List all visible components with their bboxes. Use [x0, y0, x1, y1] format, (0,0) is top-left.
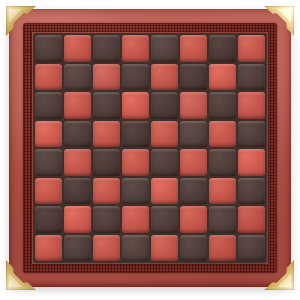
square-b2: [64, 206, 91, 233]
square-c8: [93, 35, 120, 62]
square-f1: [180, 235, 207, 262]
square-g3: [209, 178, 236, 205]
square-d7: [122, 64, 149, 91]
square-h8: [238, 35, 265, 62]
square-c2: [93, 206, 120, 233]
chess-board: [33, 33, 267, 263]
left-edge-brand-stamp: ♞ chessmats4you.com: [20, 46, 33, 112]
square-d1: [122, 235, 149, 262]
leather-chess-mat: ♞ chessmats4you.com ♞ chessmats4you.com: [9, 9, 291, 287]
square-c4: [93, 149, 120, 176]
square-g5: [209, 121, 236, 148]
square-a7: [35, 64, 62, 91]
square-d4: [122, 149, 149, 176]
square-e4: [151, 149, 178, 176]
square-h7: [238, 64, 265, 91]
square-b5: [64, 121, 91, 148]
square-c3: [93, 178, 120, 205]
square-h1: [238, 235, 265, 262]
square-g2: [209, 206, 236, 233]
square-g6: [209, 92, 236, 119]
square-d6: [122, 92, 149, 119]
square-f3: [180, 178, 207, 205]
square-f2: [180, 206, 207, 233]
knight-icon: ♞: [269, 241, 279, 254]
square-c7: [93, 64, 120, 91]
square-a6: [35, 92, 62, 119]
right-edge-brand-stamp: ♞ chessmats4you.com: [267, 186, 280, 252]
square-a3: [35, 178, 62, 205]
square-e8: [151, 35, 178, 62]
square-h4: [238, 149, 265, 176]
square-e2: [151, 206, 178, 233]
square-g4: [209, 149, 236, 176]
square-f6: [180, 92, 207, 119]
right-edge-brand-text: chessmats4you.com: [271, 186, 277, 239]
square-b7: [64, 64, 91, 91]
square-f8: [180, 35, 207, 62]
square-c5: [93, 121, 120, 148]
square-g8: [209, 35, 236, 62]
square-a1: [35, 235, 62, 262]
square-d3: [122, 178, 149, 205]
square-b4: [64, 149, 91, 176]
square-e7: [151, 64, 178, 91]
square-g7: [209, 64, 236, 91]
square-d2: [122, 206, 149, 233]
product-photo-backdrop: ♞ chessmats4you.com ♞ chessmats4you.com: [0, 0, 300, 300]
square-c1: [93, 235, 120, 262]
square-h3: [238, 178, 265, 205]
square-e1: [151, 235, 178, 262]
square-f4: [180, 149, 207, 176]
square-h5: [238, 121, 265, 148]
square-e6: [151, 92, 178, 119]
square-e5: [151, 121, 178, 148]
square-f5: [180, 121, 207, 148]
square-a8: [35, 35, 62, 62]
square-b1: [64, 235, 91, 262]
left-edge-brand-text: chessmats4you.com: [24, 59, 30, 112]
square-a5: [35, 121, 62, 148]
square-a2: [35, 206, 62, 233]
square-h2: [238, 206, 265, 233]
square-b8: [64, 35, 91, 62]
square-h6: [238, 92, 265, 119]
square-f7: [180, 64, 207, 91]
square-b3: [64, 178, 91, 205]
square-d8: [122, 35, 149, 62]
square-b6: [64, 92, 91, 119]
square-e3: [151, 178, 178, 205]
square-g1: [209, 235, 236, 262]
square-a4: [35, 149, 62, 176]
square-d5: [122, 121, 149, 148]
square-c6: [93, 92, 120, 119]
knight-icon: ♞: [22, 45, 32, 58]
